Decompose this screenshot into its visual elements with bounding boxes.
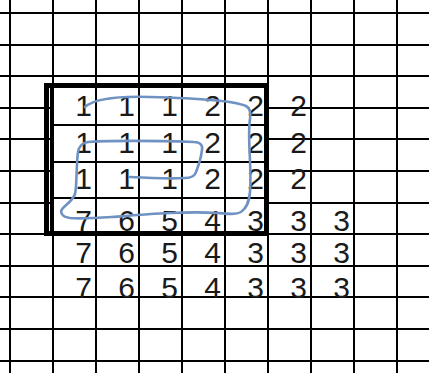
cell-r4c1: 7 (52, 205, 92, 237)
cell-r2c6: 2 (267, 127, 307, 159)
cell-r1c5: 2 (224, 90, 264, 122)
cell-r1c6: 2 (267, 90, 307, 122)
cell-r6c4: 4 (181, 272, 221, 304)
cell-r6c3: 5 (138, 272, 178, 304)
cell-r3c6: 2 (267, 163, 307, 195)
cell-r2c1: 1 (52, 127, 92, 159)
cell-r4c4: 4 (181, 205, 221, 237)
cell-r4c7: 3 (310, 205, 350, 237)
cell-r6c6: 3 (267, 272, 307, 304)
cell-r3c5: 2 (224, 163, 264, 195)
cell-r5c4: 4 (181, 237, 221, 269)
cell-r2c5: 2 (224, 127, 264, 159)
cell-r2c4: 2 (181, 127, 221, 159)
cell-r5c1: 7 (52, 237, 92, 269)
cell-r6c5: 3 (224, 272, 264, 304)
cell-r6c2: 6 (95, 272, 135, 304)
cell-r1c1: 1 (52, 90, 92, 122)
cell-r5c5: 3 (224, 237, 264, 269)
cell-r6c1: 7 (52, 272, 92, 304)
cell-r3c4: 2 (181, 163, 221, 195)
cell-r2c3: 1 (138, 127, 178, 159)
cell-r4c5: 3 (224, 205, 264, 237)
cell-r3c1: 1 (52, 163, 92, 195)
cell-r5c3: 5 (138, 237, 178, 269)
grid-diagram: 111222111222111222765433376543337654333 (0, 0, 429, 373)
cell-r4c2: 6 (95, 205, 135, 237)
cell-r4c3: 5 (138, 205, 178, 237)
cell-r4c6: 3 (267, 205, 307, 237)
cell-r5c7: 3 (310, 237, 350, 269)
cell-r3c3: 1 (138, 163, 178, 195)
cell-r5c6: 3 (267, 237, 307, 269)
cell-r6c7: 3 (310, 272, 350, 304)
cell-r1c4: 2 (181, 90, 221, 122)
cell-r2c2: 1 (95, 127, 135, 159)
cell-r5c2: 6 (95, 237, 135, 269)
cell-r1c3: 1 (138, 90, 178, 122)
cell-r3c2: 1 (95, 163, 135, 195)
cell-r1c2: 1 (95, 90, 135, 122)
